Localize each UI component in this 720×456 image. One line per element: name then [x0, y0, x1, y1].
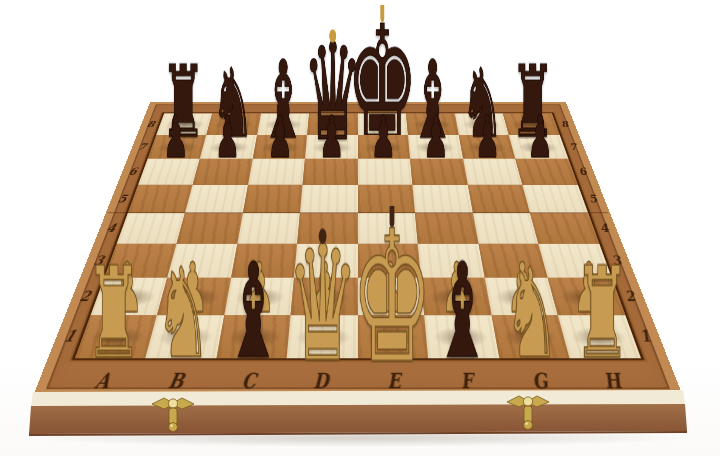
square-f7[interactable]: ♟: [408, 135, 463, 159]
square-b6[interactable]: [193, 159, 253, 185]
file-label-h: H: [570, 358, 654, 396]
square-c7[interactable]: ♟: [253, 135, 308, 159]
rank-label-left-6-text: 6: [127, 166, 139, 178]
file-label-e-text: E: [387, 368, 402, 395]
file-label-c-text: C: [239, 368, 257, 395]
square-h5[interactable]: [522, 185, 587, 213]
piece-black-pawn[interactable]: ♟: [475, 108, 501, 166]
square-e1[interactable]: ♚: [358, 316, 429, 358]
piece-black-pawn[interactable]: ♟: [267, 108, 293, 166]
square-d1[interactable]: ♛: [287, 316, 358, 358]
square-g6[interactable]: [463, 159, 523, 185]
square-c1[interactable]: ♝: [216, 316, 290, 358]
square-f1[interactable]: ♝: [424, 316, 498, 358]
rank-label-left-8-text: 8: [145, 119, 156, 129]
file-label-g-text: G: [529, 368, 550, 395]
file-label-b: B: [135, 358, 216, 396]
square-b7[interactable]: ♟: [200, 135, 257, 159]
square-a7[interactable]: ♟: [148, 135, 207, 159]
square-e7[interactable]: ♟: [358, 135, 411, 159]
square-g1[interactable]: ♞: [491, 316, 569, 358]
rank-label-right-5-text: 5: [587, 192, 600, 205]
file-label-f: F: [428, 358, 506, 396]
piece-black-pawn[interactable]: ♟: [319, 108, 345, 166]
file-labels: ABCDEFGH: [61, 358, 654, 396]
piece-white-queen[interactable]: ♛: [287, 223, 359, 383]
square-f6[interactable]: [410, 159, 467, 185]
rank-label-right-8-text: 8: [559, 119, 570, 129]
piece-black-pawn[interactable]: ♟: [163, 108, 189, 166]
rank-label-right-6-text: 6: [577, 166, 589, 178]
square-d7[interactable]: ♟: [305, 135, 358, 159]
square-c5[interactable]: [243, 185, 303, 213]
square-g5[interactable]: [468, 185, 531, 213]
square-b5[interactable]: [185, 185, 248, 213]
square-e6[interactable]: [358, 159, 413, 185]
piece-black-pawn[interactable]: ♟: [423, 108, 449, 166]
piece-black-pawn[interactable]: ♟: [371, 108, 397, 166]
file-label-c: C: [210, 358, 288, 396]
square-c6[interactable]: [248, 159, 305, 185]
piece-black-pawn[interactable]: ♟: [527, 108, 553, 166]
square-h6[interactable]: [515, 159, 577, 185]
file-label-e: E: [358, 358, 432, 396]
square-a6[interactable]: [138, 159, 200, 185]
file-label-d-text: D: [313, 368, 329, 395]
rank-label-right-4-text: 4: [598, 221, 612, 235]
rank-label-left-4-text: 4: [104, 221, 118, 235]
board-squares-grid: ♜♞♝♛♚♝♞♜♟♟♟♟♟♟♟♟♟♟♟♟♟♟♟♟♜♞♝♛♚♝♞♜: [75, 113, 640, 357]
rank-label-right-7-text: 7: [568, 141, 579, 152]
rank-label-left-5-text: 5: [116, 192, 129, 205]
chess-board: ♜♞♝♛♚♝♞♜♟♟♟♟♟♟♟♟♟♟♟♟♟♟♟♟♜♞♝♛♚♝♞♜ ABCDEFG…: [33, 102, 682, 396]
rank-label-left-7-text: 7: [136, 141, 147, 152]
file-label-d: D: [284, 358, 358, 396]
file-label-h-text: H: [600, 368, 625, 395]
square-g7[interactable]: ♟: [459, 135, 516, 159]
square-a1[interactable]: ♜: [75, 316, 157, 358]
piece-black-pawn[interactable]: ♟: [215, 108, 241, 166]
square-h1[interactable]: ♜: [558, 316, 640, 358]
file-label-a-text: A: [92, 368, 114, 395]
file-label-g: G: [499, 358, 580, 396]
square-d5[interactable]: [300, 185, 357, 213]
file-label-f-text: F: [459, 368, 475, 395]
photo-backdrop: ♜♞♝♛♚♝♞♜♟♟♟♟♟♟♟♟♟♟♟♟♟♟♟♟♜♞♝♛♚♝♞♜ ABCDEFG…: [0, 0, 720, 456]
file-label-b-text: B: [165, 368, 186, 395]
rank-label-right-1-text: 1: [637, 327, 654, 346]
square-d6[interactable]: [303, 159, 358, 185]
square-b1[interactable]: ♞: [146, 316, 224, 358]
file-label-a: A: [61, 358, 145, 396]
square-a5[interactable]: [128, 185, 193, 213]
square-h7[interactable]: ♟: [509, 135, 568, 159]
rank-label-left-1-text: 1: [61, 327, 78, 346]
